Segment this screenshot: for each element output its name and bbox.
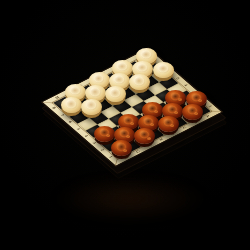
photo-scene: HGFEDCBA HGFEDCBA 87654321 87654321: [0, 0, 250, 250]
table-reflection: [28, 168, 232, 230]
frame-miter-icon: [211, 111, 222, 112]
checkers-board: HGFEDCBA HGFEDCBA 87654321 87654321: [41, 47, 224, 167]
